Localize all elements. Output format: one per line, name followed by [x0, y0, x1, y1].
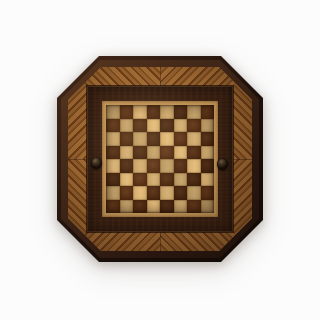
- square-e7: [160, 119, 174, 133]
- square-h2: [201, 186, 215, 200]
- square-c4: [133, 159, 147, 173]
- square-h4: [201, 159, 215, 173]
- square-d5: [147, 146, 161, 160]
- square-e3: [160, 173, 174, 187]
- square-g3: [187, 173, 201, 187]
- square-b8: [120, 105, 134, 119]
- square-e1: [160, 200, 174, 214]
- square-e8: [160, 105, 174, 119]
- square-c1: [133, 200, 147, 214]
- square-d8: [147, 105, 161, 119]
- square-f3: [174, 173, 188, 187]
- square-a3: [106, 173, 120, 187]
- square-g7: [187, 119, 201, 133]
- octagonal-tabletop-edge: [57, 56, 263, 262]
- square-b7: [120, 119, 134, 133]
- square-e6: [160, 132, 174, 146]
- checkerboard: [106, 105, 214, 213]
- square-c5: [133, 146, 147, 160]
- square-f8: [174, 105, 188, 119]
- square-b1: [120, 200, 134, 214]
- square-f6: [174, 132, 188, 146]
- square-h1: [201, 200, 215, 214]
- square-a7: [106, 119, 120, 133]
- square-h7: [201, 119, 215, 133]
- chevron-seam-left: [68, 159, 87, 160]
- square-d7: [147, 119, 161, 133]
- square-e5: [160, 146, 174, 160]
- square-a5: [106, 146, 120, 160]
- square-g2: [187, 186, 201, 200]
- square-e4: [160, 159, 174, 173]
- square-b6: [120, 132, 134, 146]
- square-h5: [201, 146, 215, 160]
- right-turn-latch-icon: [217, 158, 228, 170]
- square-a8: [106, 105, 120, 119]
- square-g5: [187, 146, 201, 160]
- square-b3: [120, 173, 134, 187]
- square-f7: [174, 119, 188, 133]
- square-b4: [120, 159, 134, 173]
- square-h3: [201, 173, 215, 187]
- square-b5: [120, 146, 134, 160]
- square-g1: [187, 200, 201, 214]
- square-g6: [187, 132, 201, 146]
- square-d4: [147, 159, 161, 173]
- chevron-seam-bottom: [160, 232, 161, 251]
- square-g4: [187, 159, 201, 173]
- square-a4: [106, 159, 120, 173]
- square-d2: [147, 186, 161, 200]
- square-f1: [174, 200, 188, 214]
- square-b2: [120, 186, 134, 200]
- square-g8: [187, 105, 201, 119]
- game-table-photo: [0, 0, 320, 320]
- left-turn-latch-icon: [91, 157, 102, 169]
- square-h8: [201, 105, 215, 119]
- square-c2: [133, 186, 147, 200]
- square-c6: [133, 132, 147, 146]
- square-a6: [106, 132, 120, 146]
- square-d1: [147, 200, 161, 214]
- parquet-border-field: [68, 67, 252, 251]
- square-f2: [174, 186, 188, 200]
- removable-game-panel: [87, 86, 233, 232]
- square-d6: [147, 132, 161, 146]
- square-f5: [174, 146, 188, 160]
- square-f4: [174, 159, 188, 173]
- chevron-seam-right: [233, 159, 252, 160]
- square-c3: [133, 173, 147, 187]
- chevron-seam-top: [160, 67, 161, 86]
- square-a1: [106, 200, 120, 214]
- square-d3: [147, 173, 161, 187]
- square-c8: [133, 105, 147, 119]
- square-e2: [160, 186, 174, 200]
- square-h6: [201, 132, 215, 146]
- table-shadow-wrap: [57, 56, 263, 262]
- square-c7: [133, 119, 147, 133]
- square-a2: [106, 186, 120, 200]
